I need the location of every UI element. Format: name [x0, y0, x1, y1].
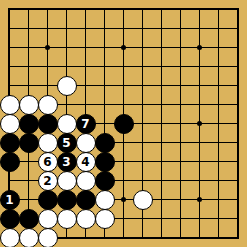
intersection[interactable] — [95, 19, 114, 38]
intersection[interactable] — [19, 19, 38, 38]
intersection[interactable] — [152, 95, 171, 114]
intersection[interactable] — [228, 95, 247, 114]
intersection[interactable] — [38, 133, 57, 152]
white-stone — [38, 209, 58, 229]
intersection[interactable] — [19, 95, 38, 114]
black-stone — [95, 152, 115, 172]
black-stone — [38, 114, 58, 134]
intersection[interactable] — [171, 152, 190, 171]
intersection[interactable] — [57, 19, 76, 38]
white-stone — [19, 228, 39, 247]
black-stone — [95, 171, 115, 191]
intersection[interactable] — [76, 171, 95, 190]
black-stone: 5 — [57, 133, 77, 153]
intersection[interactable] — [19, 190, 38, 209]
intersection[interactable] — [76, 209, 95, 228]
move-number-label: 2 — [43, 175, 51, 187]
intersection[interactable] — [228, 19, 247, 38]
move-number-label: 4 — [81, 156, 89, 168]
intersection[interactable] — [171, 228, 190, 247]
intersection[interactable] — [19, 57, 38, 76]
intersection[interactable] — [171, 0, 190, 19]
intersection[interactable] — [95, 171, 114, 190]
intersection[interactable] — [114, 228, 133, 247]
intersection[interactable] — [209, 57, 228, 76]
intersection[interactable] — [57, 190, 76, 209]
intersection[interactable] — [228, 57, 247, 76]
intersection[interactable] — [19, 133, 38, 152]
intersection[interactable] — [114, 133, 133, 152]
intersection[interactable] — [19, 152, 38, 171]
white-stone — [19, 95, 39, 115]
intersection[interactable] — [76, 0, 95, 19]
intersection[interactable] — [114, 76, 133, 95]
intersection[interactable] — [114, 209, 133, 228]
black-stone — [38, 190, 58, 210]
intersection[interactable] — [133, 19, 152, 38]
intersection[interactable] — [38, 114, 57, 133]
intersection[interactable] — [95, 76, 114, 95]
intersection[interactable] — [0, 95, 19, 114]
intersection[interactable] — [152, 133, 171, 152]
intersection[interactable] — [171, 95, 190, 114]
star-point — [45, 45, 50, 50]
intersection[interactable] — [133, 190, 152, 209]
intersection[interactable] — [152, 209, 171, 228]
intersection[interactable] — [19, 209, 38, 228]
white-stone — [76, 171, 96, 191]
white-stone — [38, 133, 58, 153]
intersection[interactable] — [57, 0, 76, 19]
intersection[interactable] — [95, 0, 114, 19]
intersection[interactable] — [209, 0, 228, 19]
intersection[interactable] — [171, 38, 190, 57]
intersection[interactable] — [95, 95, 114, 114]
intersection[interactable] — [0, 57, 19, 76]
intersection[interactable]: 1 — [0, 190, 19, 209]
intersection[interactable] — [209, 114, 228, 133]
intersection[interactable] — [133, 95, 152, 114]
intersection[interactable]: 4 — [76, 152, 95, 171]
intersection[interactable] — [190, 133, 209, 152]
intersection[interactable] — [209, 152, 228, 171]
intersection[interactable] — [95, 133, 114, 152]
white-stone — [38, 95, 58, 115]
intersection[interactable] — [57, 209, 76, 228]
intersection[interactable] — [114, 38, 133, 57]
intersection[interactable] — [209, 190, 228, 209]
intersection[interactable] — [38, 190, 57, 209]
intersection[interactable] — [228, 171, 247, 190]
white-stone — [0, 228, 20, 247]
intersection[interactable] — [190, 114, 209, 133]
intersection[interactable] — [76, 95, 95, 114]
intersection[interactable] — [19, 0, 38, 19]
intersection[interactable] — [133, 228, 152, 247]
intersection[interactable] — [76, 76, 95, 95]
intersection[interactable] — [0, 114, 19, 133]
intersection[interactable] — [171, 57, 190, 76]
intersection[interactable] — [38, 228, 57, 247]
intersection[interactable] — [228, 190, 247, 209]
intersection[interactable] — [209, 38, 228, 57]
intersection[interactable] — [0, 76, 19, 95]
intersection[interactable] — [133, 133, 152, 152]
black-stone — [19, 209, 39, 229]
move-number-label: 6 — [43, 156, 51, 168]
intersection[interactable] — [19, 76, 38, 95]
intersection[interactable] — [38, 57, 57, 76]
white-stone — [0, 114, 20, 134]
intersection[interactable] — [133, 114, 152, 133]
intersection[interactable] — [171, 209, 190, 228]
intersection[interactable] — [171, 76, 190, 95]
intersection[interactable] — [171, 171, 190, 190]
move-number-label: 5 — [62, 137, 70, 149]
intersection[interactable]: 2 — [38, 171, 57, 190]
go-board-diagram: 7563421 — [0, 0, 247, 247]
intersection[interactable] — [38, 76, 57, 95]
intersection[interactable] — [114, 95, 133, 114]
intersection[interactable] — [76, 228, 95, 247]
intersection[interactable] — [57, 171, 76, 190]
intersection[interactable] — [152, 38, 171, 57]
intersection[interactable] — [0, 19, 19, 38]
intersection[interactable] — [228, 133, 247, 152]
intersection[interactable] — [95, 114, 114, 133]
intersection[interactable] — [57, 38, 76, 57]
black-stone — [19, 133, 39, 153]
intersection[interactable] — [133, 38, 152, 57]
black-stone — [0, 209, 20, 229]
star-point — [121, 45, 126, 50]
intersection[interactable] — [57, 228, 76, 247]
intersection[interactable] — [152, 76, 171, 95]
intersection[interactable] — [76, 38, 95, 57]
intersection[interactable] — [95, 228, 114, 247]
star-point — [121, 197, 126, 202]
intersection[interactable] — [190, 228, 209, 247]
intersection[interactable] — [190, 152, 209, 171]
intersection[interactable] — [38, 38, 57, 57]
intersection[interactable] — [152, 152, 171, 171]
intersection[interactable] — [190, 38, 209, 57]
intersection[interactable] — [76, 190, 95, 209]
intersection[interactable] — [133, 152, 152, 171]
intersection[interactable] — [0, 133, 19, 152]
intersection[interactable] — [19, 228, 38, 247]
intersection[interactable] — [190, 76, 209, 95]
black-stone — [76, 190, 96, 210]
white-stone: 4 — [76, 152, 96, 172]
intersection[interactable] — [38, 19, 57, 38]
intersection[interactable]: 6 — [38, 152, 57, 171]
white-stone: 2 — [38, 171, 58, 191]
white-stone — [95, 190, 115, 210]
intersection[interactable] — [228, 152, 247, 171]
intersection[interactable] — [133, 209, 152, 228]
intersection[interactable] — [133, 171, 152, 190]
white-stone — [57, 209, 77, 229]
white-stone — [76, 209, 96, 229]
black-stone: 3 — [57, 152, 77, 172]
intersection[interactable] — [95, 209, 114, 228]
black-stone — [0, 152, 20, 172]
intersection[interactable] — [152, 57, 171, 76]
intersection[interactable] — [133, 0, 152, 19]
intersection[interactable] — [114, 171, 133, 190]
intersection[interactable] — [209, 171, 228, 190]
black-stone — [19, 114, 39, 134]
intersection[interactable] — [209, 95, 228, 114]
intersection[interactable] — [133, 57, 152, 76]
intersection[interactable] — [76, 133, 95, 152]
black-stone — [95, 133, 115, 153]
intersection[interactable] — [0, 209, 19, 228]
intersection[interactable]: 7 — [76, 114, 95, 133]
intersection[interactable] — [190, 57, 209, 76]
star-point — [197, 197, 202, 202]
intersection[interactable] — [76, 57, 95, 76]
intersection[interactable] — [133, 76, 152, 95]
intersection[interactable] — [228, 114, 247, 133]
intersection[interactable] — [228, 38, 247, 57]
intersection[interactable] — [190, 95, 209, 114]
intersection[interactable] — [0, 38, 19, 57]
intersection[interactable] — [190, 0, 209, 19]
intersection[interactable] — [152, 171, 171, 190]
star-point — [197, 121, 202, 126]
intersection[interactable] — [76, 19, 95, 38]
intersection[interactable] — [114, 190, 133, 209]
white-stone — [57, 76, 77, 96]
intersection[interactable] — [228, 209, 247, 228]
intersection[interactable] — [114, 57, 133, 76]
intersection[interactable] — [171, 114, 190, 133]
intersection[interactable] — [171, 190, 190, 209]
intersection[interactable] — [95, 190, 114, 209]
intersection[interactable] — [209, 19, 228, 38]
intersection[interactable] — [38, 0, 57, 19]
intersection[interactable] — [95, 152, 114, 171]
intersection[interactable] — [95, 38, 114, 57]
white-stone — [57, 171, 77, 191]
intersection[interactable] — [228, 228, 247, 247]
move-number-label: 3 — [62, 156, 70, 168]
intersection[interactable] — [19, 38, 38, 57]
intersection[interactable] — [38, 95, 57, 114]
intersection[interactable] — [171, 133, 190, 152]
intersection[interactable] — [57, 114, 76, 133]
intersection[interactable] — [209, 228, 228, 247]
intersection[interactable] — [209, 76, 228, 95]
white-stone — [57, 114, 77, 134]
intersection[interactable] — [114, 0, 133, 19]
black-stone: 7 — [76, 114, 96, 134]
intersection[interactable] — [114, 114, 133, 133]
black-stone: 1 — [0, 190, 20, 210]
move-number-label: 7 — [81, 118, 89, 130]
intersection[interactable] — [209, 209, 228, 228]
intersection[interactable] — [19, 171, 38, 190]
intersection[interactable] — [152, 0, 171, 19]
black-stone — [0, 133, 20, 153]
white-stone: 6 — [38, 152, 58, 172]
intersection[interactable] — [152, 19, 171, 38]
white-stone — [95, 209, 115, 229]
intersection[interactable] — [190, 209, 209, 228]
intersection[interactable] — [209, 133, 228, 152]
intersection[interactable] — [152, 190, 171, 209]
intersection[interactable] — [228, 0, 247, 19]
intersection[interactable] — [57, 76, 76, 95]
intersection[interactable] — [19, 114, 38, 133]
intersection[interactable] — [114, 19, 133, 38]
white-stone — [76, 133, 96, 153]
intersection[interactable] — [0, 171, 19, 190]
intersection[interactable]: 3 — [57, 152, 76, 171]
black-stone — [114, 114, 134, 134]
intersection[interactable] — [190, 190, 209, 209]
intersection[interactable] — [57, 57, 76, 76]
white-stone — [133, 190, 153, 210]
move-number-label: 1 — [5, 194, 13, 206]
intersection[interactable]: 5 — [57, 133, 76, 152]
intersection[interactable] — [0, 152, 19, 171]
intersection[interactable] — [38, 209, 57, 228]
black-stone — [57, 190, 77, 210]
white-stone — [38, 228, 58, 247]
intersection[interactable] — [190, 171, 209, 190]
intersection[interactable] — [114, 152, 133, 171]
intersection[interactable] — [152, 228, 171, 247]
intersection[interactable] — [57, 95, 76, 114]
white-stone — [0, 95, 20, 115]
intersection[interactable] — [0, 228, 19, 247]
intersection[interactable] — [228, 76, 247, 95]
intersection[interactable] — [0, 0, 19, 19]
intersection[interactable] — [190, 19, 209, 38]
star-point — [197, 45, 202, 50]
intersection[interactable] — [171, 19, 190, 38]
intersection[interactable] — [152, 114, 171, 133]
intersection[interactable] — [95, 57, 114, 76]
go-board[interactable]: 7563421 — [0, 0, 247, 247]
